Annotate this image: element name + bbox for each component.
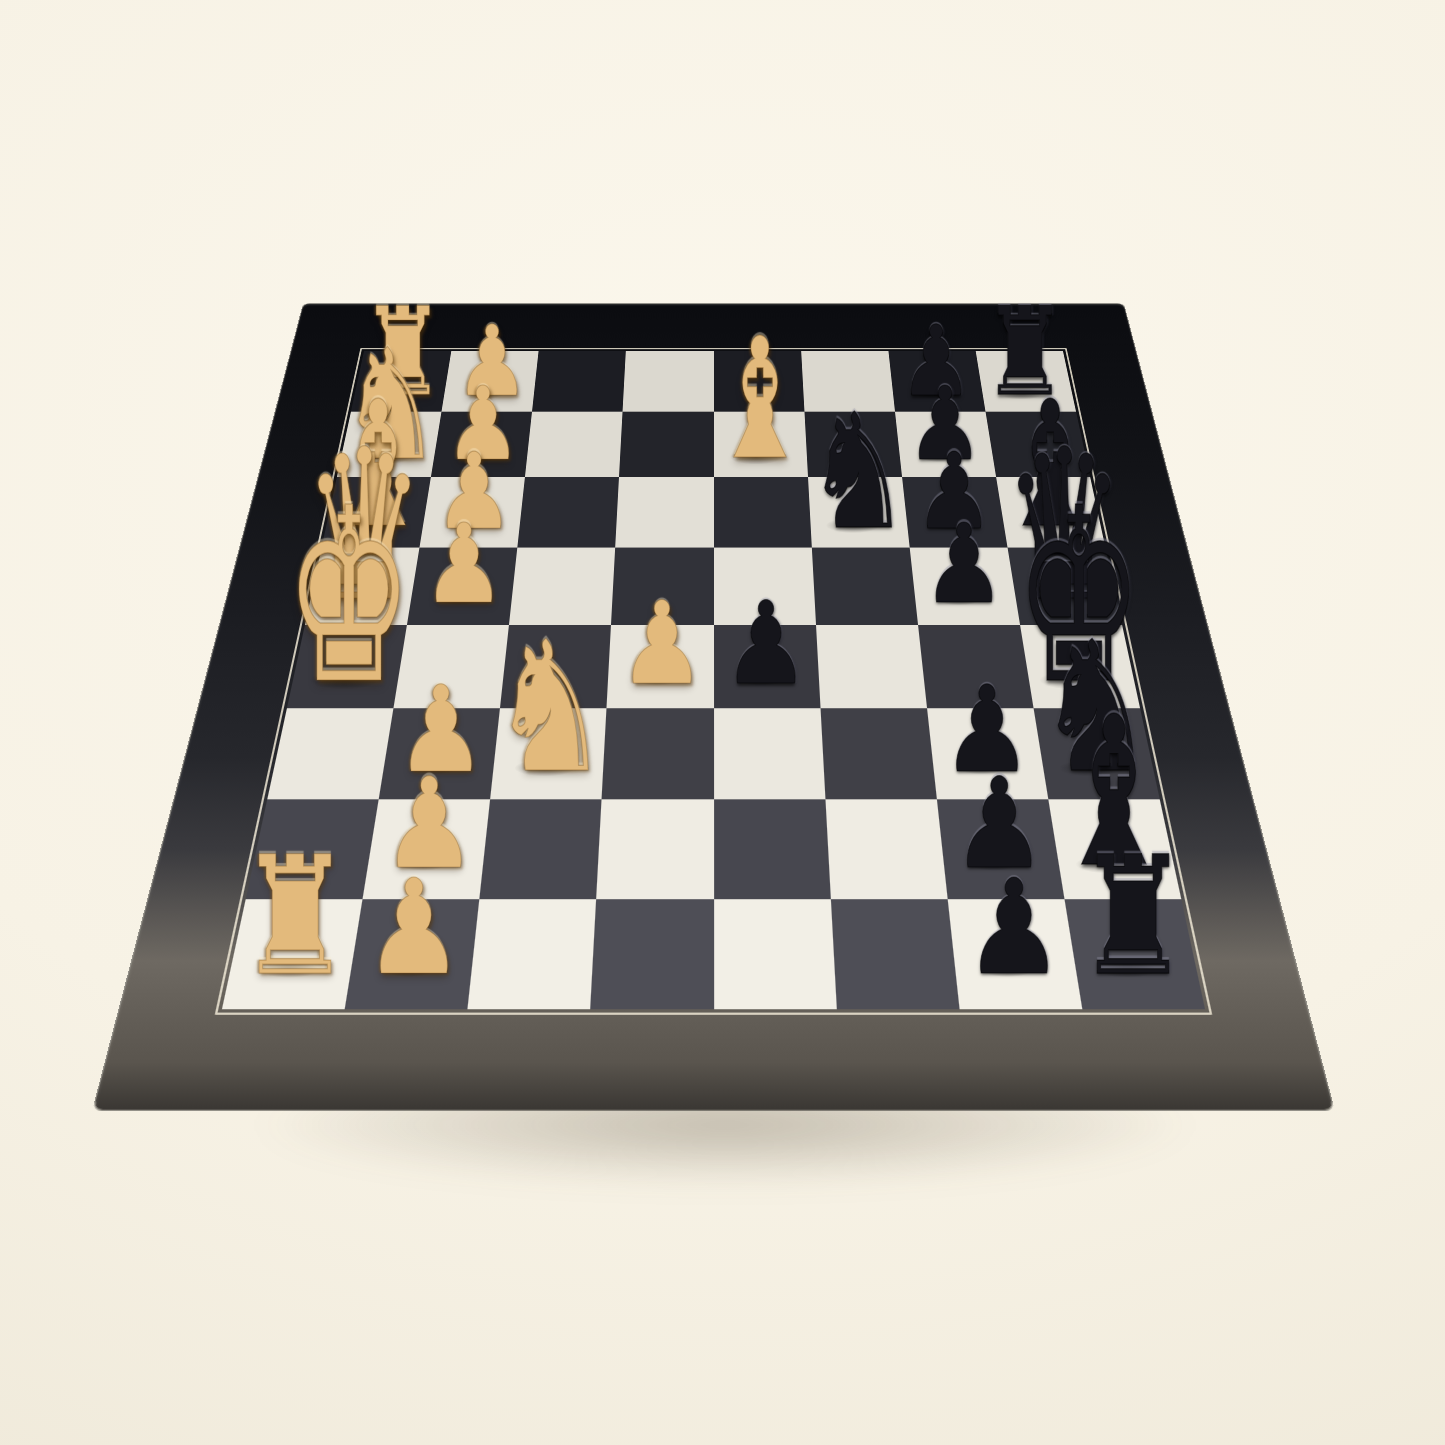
square-g5[interactable] [714,799,831,899]
white-knight-f3[interactable]: ♞ [487,652,613,793]
bishop-glyph: ♝ [710,316,810,483]
black-pawn-h7[interactable]: ♟ [961,875,1066,992]
square-f4[interactable] [602,708,714,799]
square-h4[interactable] [591,899,714,1009]
square-f6[interactable] [820,708,936,799]
black-pawn-e5[interactable]: ♟ [720,597,812,699]
scene: ♜♟♜♟♞♟♝♟♝♟♝♟♞♛♟♛♟♚♟♚♟♟♞♞♟♟♝♟♜♟♜♟ [0,0,1445,1445]
black-knight-c6[interactable]: ♞ [802,423,913,547]
square-a3[interactable] [532,351,626,412]
square-b3[interactable] [525,412,623,477]
pawn-glyph: ♟ [723,587,810,701]
square-h3[interactable] [468,899,597,1009]
square-f5[interactable] [714,708,826,799]
knight-glyph: ♞ [491,617,610,797]
black-rook-h8[interactable]: ♜ [1071,856,1195,994]
square-g4[interactable] [597,799,714,899]
pawn-glyph: ♟ [364,862,464,993]
knight-glyph: ♞ [806,392,911,551]
square-h5[interactable] [714,899,837,1009]
pawn-glyph: ♟ [964,862,1064,993]
white-rook-h1[interactable]: ♜ [232,856,356,994]
pawn-glyph: ♟ [922,510,1005,620]
square-b4[interactable] [619,412,713,477]
white-bishop-b5[interactable]: ♝ [706,357,815,478]
white-pawn-h2[interactable]: ♟ [362,875,467,992]
square-e6[interactable] [816,625,927,708]
square-g6[interactable] [825,799,947,899]
pawn-glyph: ♟ [618,587,705,701]
square-h6[interactable] [830,899,959,1009]
square-a4[interactable] [623,351,714,412]
rook-glyph: ♜ [237,834,351,997]
rook-glyph: ♜ [1076,834,1190,997]
square-c4[interactable] [616,477,714,548]
square-g3[interactable] [480,799,602,899]
square-c3[interactable] [518,477,620,548]
white-pawn-e4[interactable]: ♟ [616,597,708,699]
black-pawn-d7[interactable]: ♟ [920,520,1008,618]
